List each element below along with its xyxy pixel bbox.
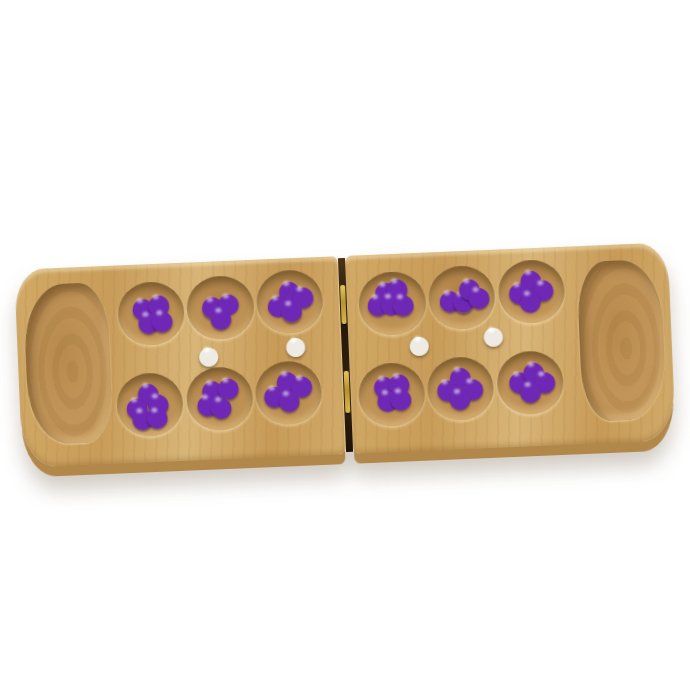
purple-stone: ● (438, 284, 463, 312)
pit-bottom-1[interactable]: ●●●●● (116, 372, 185, 438)
purple-stone: ● (460, 373, 485, 401)
purple-stone: ● (279, 295, 304, 323)
purple-stone: ● (216, 372, 241, 400)
pit-bottom-3[interactable]: ●●●● (254, 360, 323, 426)
purple-stone: ● (387, 368, 412, 396)
purple-stone: ● (366, 289, 391, 317)
pit-bottom-4[interactable]: ●●●● (357, 362, 426, 428)
purple-stone: ● (291, 281, 316, 309)
pit-top-2[interactable]: ●●● (186, 275, 255, 341)
purple-stone: ● (145, 402, 170, 430)
purple-stone: ● (507, 277, 532, 305)
pit-bottom-2[interactable]: ●●●● (185, 366, 254, 432)
white-stone: ● (408, 331, 431, 357)
white-stone: ● (284, 332, 307, 358)
purple-stone: ● (372, 371, 397, 399)
purple-stone: ● (136, 377, 161, 405)
purple-stone: ● (130, 403, 155, 431)
purple-stone: ● (209, 303, 234, 331)
purple-stone: ● (131, 292, 156, 320)
product-photo-mancala-board: ●●●● ●●● ●●●● ●●●●● ●●●● ●●●● ●● ●●●●● ●… (0, 0, 690, 690)
store-left[interactable] (23, 282, 114, 446)
purple-stone: ● (125, 391, 150, 419)
purple-stone: ● (518, 264, 543, 292)
purple-stone: ● (457, 273, 482, 301)
pit-bottom-5[interactable]: ●●●● (426, 356, 495, 422)
purple-stone: ● (518, 377, 543, 405)
purple-stone: ● (385, 273, 410, 301)
purple-stone: ● (200, 292, 225, 320)
purple-stone: ● (150, 304, 175, 332)
purple-stone: ● (289, 370, 314, 398)
purple-stone: ● (521, 356, 546, 384)
brass-hinge-top (340, 285, 347, 324)
purple-stone: ● (216, 288, 241, 316)
purple-stone: ● (136, 306, 161, 334)
purple-stone: ● (277, 275, 302, 303)
store-right[interactable] (576, 259, 667, 423)
pit-bottom-6[interactable]: ●●●● (496, 350, 565, 416)
purple-stone: ● (209, 391, 234, 419)
board-right-panel: ●●●●● ●●●● ●●●● ●●●● ●●●● ●●●● ●● (344, 242, 676, 453)
pit-top-6[interactable]: ●●●● (497, 259, 566, 325)
purple-stone: ● (391, 289, 416, 317)
purple-stone: ● (435, 374, 460, 402)
board-left-panel: ●●●● ●●● ●●●● ●●●●● ●●●● ●●●● ●● (14, 256, 346, 467)
purple-stone: ● (507, 366, 532, 394)
purple-stone: ● (275, 365, 300, 393)
pit-top-4[interactable]: ●●●●● (358, 270, 427, 336)
purple-stone: ● (531, 275, 556, 303)
purple-stone: ● (266, 290, 291, 318)
purple-stone: ● (200, 375, 225, 403)
pit-top-3[interactable]: ●●●● (255, 269, 324, 335)
white-stone: ● (197, 342, 220, 368)
purple-stone: ● (448, 384, 473, 412)
purple-stone: ● (379, 288, 404, 316)
purple-stone: ● (388, 383, 413, 411)
purple-stone: ● (195, 389, 220, 417)
purple-stone: ● (448, 361, 473, 389)
mancala-board: ●●●● ●●● ●●●● ●●●●● ●●●● ●●●● ●● ●●●●● ●… (14, 242, 676, 467)
purple-stone: ● (375, 385, 400, 413)
purple-stone: ● (146, 388, 171, 416)
purple-stone: ● (467, 282, 492, 310)
purple-stone: ● (532, 366, 557, 394)
white-stone: ● (482, 322, 505, 348)
pit-top-1[interactable]: ●●●● (117, 281, 186, 347)
purple-stone: ● (373, 276, 398, 304)
purple-stone: ● (277, 385, 302, 413)
purple-stone: ● (518, 285, 543, 313)
purple-stone: ● (146, 289, 171, 317)
purple-stone: ● (262, 380, 287, 408)
pit-top-5[interactable]: ●●●● (427, 265, 496, 331)
purple-stone: ● (451, 286, 476, 314)
